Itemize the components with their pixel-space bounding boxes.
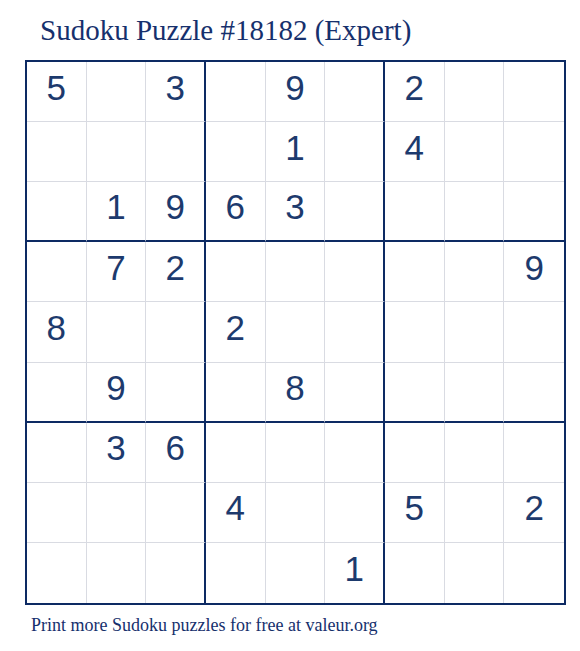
- cell-r6c7: [385, 363, 445, 423]
- cell-r4c2: 7: [87, 242, 147, 302]
- cell-r7c5: [266, 423, 326, 483]
- cell-r7c3: 6: [146, 423, 206, 483]
- cell-r5c5: [266, 302, 326, 362]
- cell-r6c1: [27, 363, 87, 423]
- cell-r9c4: [206, 543, 266, 603]
- cell-r1c1: 5: [27, 62, 87, 122]
- cell-r8c7: 5: [385, 483, 445, 543]
- cell-r2c3: [146, 122, 206, 182]
- cell-r7c8: [445, 423, 505, 483]
- cell-r4c8: [445, 242, 505, 302]
- footer-text: Print more Sudoku puzzles for free at va…: [31, 615, 378, 636]
- cell-r7c1: [27, 423, 87, 483]
- cell-r2c7: 4: [385, 122, 445, 182]
- cell-r5c2: [87, 302, 147, 362]
- cell-r5c4: 2: [206, 302, 266, 362]
- cell-r1c3: 3: [146, 62, 206, 122]
- cell-r1c4: [206, 62, 266, 122]
- cell-r7c7: [385, 423, 445, 483]
- cell-r3c5: 3: [266, 182, 326, 242]
- cell-r3c3: 9: [146, 182, 206, 242]
- cell-r5c9: [504, 302, 564, 362]
- cell-r3c8: [445, 182, 505, 242]
- cell-r9c7: [385, 543, 445, 603]
- cell-r2c5: 1: [266, 122, 326, 182]
- cell-r1c9: [504, 62, 564, 122]
- cell-r8c4: 4: [206, 483, 266, 543]
- cell-r4c1: [27, 242, 87, 302]
- cell-r2c8: [445, 122, 505, 182]
- cell-r5c6: [325, 302, 385, 362]
- cell-r6c8: [445, 363, 505, 423]
- cell-r9c2: [87, 543, 147, 603]
- cell-r1c5: 9: [266, 62, 326, 122]
- cell-r7c9: [504, 423, 564, 483]
- cell-r6c5: 8: [266, 363, 326, 423]
- cell-r1c8: [445, 62, 505, 122]
- cell-r8c6: [325, 483, 385, 543]
- cell-r9c3: [146, 543, 206, 603]
- cell-r4c3: 2: [146, 242, 206, 302]
- cell-r8c3: [146, 483, 206, 543]
- cell-r2c2: [87, 122, 147, 182]
- cell-r7c2: 3: [87, 423, 147, 483]
- cell-r6c6: [325, 363, 385, 423]
- cell-r7c6: [325, 423, 385, 483]
- cell-r3c1: [27, 182, 87, 242]
- cell-r6c2: 9: [87, 363, 147, 423]
- cell-r6c9: [504, 363, 564, 423]
- cell-r5c1: 8: [27, 302, 87, 362]
- cell-r1c6: [325, 62, 385, 122]
- cell-r8c1: [27, 483, 87, 543]
- cell-r3c9: [504, 182, 564, 242]
- cell-r2c9: [504, 122, 564, 182]
- cell-r7c4: [206, 423, 266, 483]
- cell-r9c1: [27, 543, 87, 603]
- cell-r3c7: [385, 182, 445, 242]
- cell-r6c3: [146, 363, 206, 423]
- sudoku-grid: 53921419637298298364521: [25, 60, 566, 605]
- page-title: Sudoku Puzzle #18182 (Expert): [40, 15, 580, 47]
- cell-r4c7: [385, 242, 445, 302]
- cell-r2c1: [27, 122, 87, 182]
- cell-r8c5: [266, 483, 326, 543]
- cell-r1c2: [87, 62, 147, 122]
- cell-r3c6: [325, 182, 385, 242]
- cell-r4c5: [266, 242, 326, 302]
- cell-r2c4: [206, 122, 266, 182]
- cell-r5c7: [385, 302, 445, 362]
- cell-r9c5: [266, 543, 326, 603]
- sudoku-page: Sudoku Puzzle #18182 (Expert) 5392141963…: [0, 0, 580, 651]
- cell-r3c4: 6: [206, 182, 266, 242]
- cell-r8c2: [87, 483, 147, 543]
- cell-r9c6: 1: [325, 543, 385, 603]
- cell-r4c4: [206, 242, 266, 302]
- cell-r4c9: 9: [504, 242, 564, 302]
- cell-r9c9: [504, 543, 564, 603]
- cell-r9c8: [445, 543, 505, 603]
- cell-r2c6: [325, 122, 385, 182]
- cell-r8c9: 2: [504, 483, 564, 543]
- cell-r8c8: [445, 483, 505, 543]
- cell-r3c2: 1: [87, 182, 147, 242]
- cell-r1c7: 2: [385, 62, 445, 122]
- cell-r6c4: [206, 363, 266, 423]
- cell-r4c6: [325, 242, 385, 302]
- cell-r5c3: [146, 302, 206, 362]
- cell-r5c8: [445, 302, 505, 362]
